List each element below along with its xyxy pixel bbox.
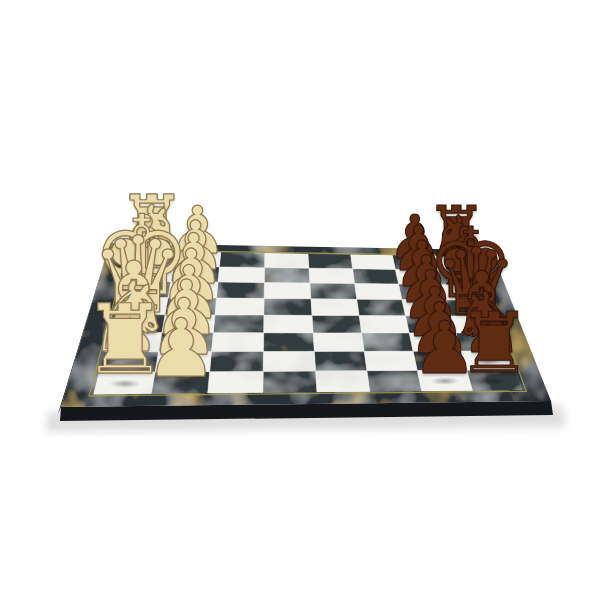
piece-white-rook: ♜: [82, 292, 168, 388]
chess-product-photo: ♜♟♟♜♞♟♟♞♝♟♟♝♚♟♟♚♛♟♟♛♝♟♟♝♞♟♟♞♜♟♟♜: [0, 0, 600, 600]
piece-layer: ♜♟♟♜♞♟♟♞♝♟♟♝♚♟♟♚♛♟♟♛♝♟♟♝♞♟♟♞♜♟♟♜: [0, 0, 600, 600]
piece-brown-pawn: ♟: [412, 313, 477, 386]
